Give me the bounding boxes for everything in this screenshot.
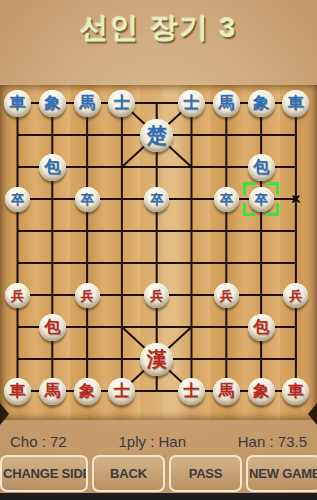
piece-han-soldier[interactable]: 兵 [283,283,308,308]
piece-han-elephant[interactable]: 象 [248,378,275,405]
intersection-f8-r9[interactable] [244,343,279,375]
piece-cho-horse[interactable]: 馬 [74,90,101,117]
title-bar: 선인 장기 3 [0,0,317,85]
corner-shadow-left [0,403,9,425]
intersection-f7-r1[interactable]: 馬 [209,87,244,119]
intersection-f8-r6[interactable] [244,247,279,279]
piece-cho-chariot[interactable]: 車 [282,90,309,117]
piece-glyph: 車 [288,383,304,399]
piece-glyph: 馬 [44,383,60,399]
intersection-f7-r4[interactable]: 卒 [209,183,244,215]
intersection-f5-r2[interactable]: 楚 [139,119,174,151]
piece-cho-soldier[interactable]: 卒 [75,187,100,212]
piece-cho-elephant[interactable]: 象 [39,90,66,117]
intersection-f4-r1[interactable]: 士 [104,87,139,119]
piece-han-cannon[interactable]: 包 [39,314,66,341]
back-button[interactable]: BACK [92,455,165,492]
piece-glyph: 士 [114,95,130,111]
intersection-f8-r7[interactable] [244,279,279,311]
intersection-f4-r10[interactable]: 士 [104,375,139,407]
intersection-f3-r5[interactable] [70,215,105,247]
intersection-f7-r2[interactable] [209,119,244,151]
piece-glyph: 卒 [220,193,233,206]
app-title: 선인 장기 3 [0,9,317,47]
intersection-f8-r10[interactable]: 象 [244,375,279,407]
intersection-f2-r10[interactable]: 馬 [35,375,70,407]
piece-cho-soldier[interactable]: 卒 [249,187,274,212]
intersection-f4-r6[interactable] [104,247,139,279]
intersection-f4-r7[interactable] [104,279,139,311]
intersection-f3-r10[interactable]: 象 [70,375,105,407]
intersection-f1-r8[interactable] [0,311,35,343]
piece-glyph: 象 [253,383,269,399]
app-window: 선인 장기 3 車象馬士士馬象車楚包包卒卒卒卒卒兵兵兵兵兵包包漢車馬象士士馬象車… [0,0,317,500]
intersection-f9-r3[interactable] [278,151,313,183]
piece-cho-cannon[interactable]: 包 [39,154,66,181]
piece-glyph: 漢 [147,349,167,369]
han-score: Han : 73.5 [238,433,307,450]
corner-shadow-right [308,403,317,425]
piece-glyph: 兵 [289,289,302,302]
intersection-f6-r10[interactable]: 士 [174,375,209,407]
last-move-origin-x-marker [290,193,302,205]
piece-cho-cannon[interactable]: 包 [248,154,275,181]
piece-glyph: 包 [253,319,269,335]
intersection-f2-r6[interactable] [35,247,70,279]
intersection-f4-r5[interactable] [104,215,139,247]
piece-glyph: 卒 [11,193,24,206]
piece-han-cannon[interactable]: 包 [248,314,275,341]
piece-cho-general[interactable]: 楚 [140,119,173,152]
intersection-f9-r8[interactable] [278,311,313,343]
bottom-strip [0,493,317,500]
intersection-f8-r3[interactable]: 包 [244,151,279,183]
piece-han-soldier[interactable]: 兵 [5,283,30,308]
intersection-f9-r1[interactable]: 車 [278,87,313,119]
pass-button[interactable]: PASS [169,455,242,492]
intersection-f7-r8[interactable] [209,311,244,343]
intersection-f2-r8[interactable]: 包 [35,311,70,343]
piece-cho-soldier[interactable]: 卒 [144,187,169,212]
piece-cho-soldier[interactable]: 卒 [214,187,239,212]
intersection-f2-r7[interactable] [35,279,70,311]
intersection-f5-r7[interactable]: 兵 [139,279,174,311]
intersection-f3-r1[interactable]: 馬 [70,87,105,119]
intersection-f3-r9[interactable] [70,343,105,375]
piece-glyph: 車 [9,383,25,399]
intersection-f8-r1[interactable]: 象 [244,87,279,119]
intersection-f3-r4[interactable]: 卒 [70,183,105,215]
piece-cho-guard[interactable]: 士 [178,90,205,117]
intersection-f6-r7[interactable] [174,279,209,311]
intersection-f7-r6[interactable] [209,247,244,279]
intersection-f3-r3[interactable] [70,151,105,183]
board-grid: 車象馬士士馬象車楚包包卒卒卒卒卒兵兵兵兵兵包包漢車馬象士士馬象車 [0,87,313,407]
intersection-f6-r4[interactable] [174,183,209,215]
piece-glyph: 卒 [255,193,268,206]
piece-glyph: 象 [253,95,269,111]
status-bar: Cho : 72 1ply : Han Han : 73.5 [0,430,317,452]
piece-han-general[interactable]: 漢 [140,343,173,376]
intersection-f4-r8[interactable] [104,311,139,343]
piece-cho-soldier[interactable]: 卒 [5,187,30,212]
piece-glyph: 兵 [150,289,163,302]
intersection-f5-r10[interactable] [139,375,174,407]
piece-glyph: 士 [183,383,199,399]
intersection-f5-r6[interactable] [139,247,174,279]
piece-glyph: 包 [44,159,60,175]
piece-glyph: 馬 [218,95,234,111]
intersection-f3-r7[interactable]: 兵 [70,279,105,311]
piece-han-soldier[interactable]: 兵 [214,283,239,308]
intersection-f9-r7[interactable]: 兵 [278,279,313,311]
intersection-f1-r4[interactable]: 卒 [0,183,35,215]
intersection-f8-r5[interactable] [244,215,279,247]
piece-glyph: 包 [253,159,269,175]
intersection-f2-r4[interactable] [35,183,70,215]
intersection-f2-r9[interactable] [35,343,70,375]
piece-glyph: 卒 [81,193,94,206]
piece-han-guard[interactable]: 士 [108,378,135,405]
intersection-f5-r8[interactable] [139,311,174,343]
piece-glyph: 楚 [147,125,167,145]
intersection-f7-r7[interactable]: 兵 [209,279,244,311]
piece-cho-elephant[interactable]: 象 [248,90,275,117]
piece-han-chariot[interactable]: 車 [282,378,309,405]
intersection-f5-r1[interactable] [139,87,174,119]
intersection-f6-r5[interactable] [174,215,209,247]
button-bar: CHANGE SIDE BACK PASS NEW GAME [0,455,317,492]
piece-glyph: 士 [114,383,130,399]
intersection-f8-r8[interactable]: 包 [244,311,279,343]
piece-glyph: 車 [288,95,304,111]
intersection-f4-r9[interactable] [104,343,139,375]
piece-glyph: 象 [44,95,60,111]
intersection-f8-r2[interactable] [244,119,279,151]
piece-cho-horse[interactable]: 馬 [213,90,240,117]
cho-score: Cho : 72 [10,433,67,450]
piece-glyph: 車 [9,95,25,111]
intersection-f1-r2[interactable] [0,119,35,151]
piece-glyph: 兵 [11,289,24,302]
piece-han-horse[interactable]: 馬 [213,378,240,405]
janggi-board: 車象馬士士馬象車楚包包卒卒卒卒卒兵兵兵兵兵包包漢車馬象士士馬象車 [0,85,317,420]
intersection-f9-r6[interactable] [278,247,313,279]
piece-cho-chariot[interactable]: 車 [4,90,31,117]
intersection-f2-r3[interactable]: 包 [35,151,70,183]
change-side-button[interactable]: CHANGE SIDE [0,455,88,492]
piece-glyph: 兵 [220,289,233,302]
piece-glyph: 馬 [79,95,95,111]
new-game-button[interactable]: NEW GAME [246,455,317,492]
intersection-f6-r9[interactable] [174,343,209,375]
intersection-f7-r5[interactable] [209,215,244,247]
intersection-f6-r8[interactable] [174,311,209,343]
piece-glyph: 包 [44,319,60,335]
intersection-f4-r4[interactable] [104,183,139,215]
intersection-f5-r9[interactable]: 漢 [139,343,174,375]
intersection-f2-r1[interactable]: 象 [35,87,70,119]
intersection-f1-r9[interactable] [0,343,35,375]
piece-glyph: 卒 [150,193,163,206]
intersection-f2-r2[interactable] [35,119,70,151]
intersection-f3-r6[interactable] [70,247,105,279]
piece-han-horse[interactable]: 馬 [39,378,66,405]
intersection-f3-r8[interactable] [70,311,105,343]
intersection-f8-r4[interactable]: 卒 [244,183,279,215]
intersection-f9-r9[interactable] [278,343,313,375]
intersection-f1-r3[interactable] [0,151,35,183]
intersection-f1-r5[interactable] [0,215,35,247]
piece-han-chariot[interactable]: 車 [4,378,31,405]
intersection-f4-r2[interactable] [104,119,139,151]
piece-glyph: 象 [79,383,95,399]
intersection-f1-r7[interactable]: 兵 [0,279,35,311]
intersection-f6-r1[interactable]: 士 [174,87,209,119]
piece-glyph: 兵 [81,289,94,302]
intersection-f5-r5[interactable] [139,215,174,247]
intersection-f6-r2[interactable] [174,119,209,151]
piece-glyph: 馬 [218,383,234,399]
piece-glyph: 士 [183,95,199,111]
intersection-f7-r3[interactable] [209,151,244,183]
piece-han-soldier[interactable]: 兵 [75,283,100,308]
intersection-f5-r4[interactable]: 卒 [139,183,174,215]
intersection-f7-r9[interactable] [209,343,244,375]
intersection-f1-r6[interactable] [0,247,35,279]
intersection-f6-r3[interactable] [174,151,209,183]
intersection-f2-r5[interactable] [35,215,70,247]
intersection-f9-r5[interactable] [278,215,313,247]
piece-han-elephant[interactable]: 象 [74,378,101,405]
intersection-f5-r3[interactable] [139,151,174,183]
piece-han-soldier[interactable]: 兵 [144,283,169,308]
intersection-f3-r2[interactable] [70,119,105,151]
intersection-f1-r1[interactable]: 車 [0,87,35,119]
piece-cho-guard[interactable]: 士 [108,90,135,117]
intersection-f9-r4[interactable] [278,183,313,215]
engine-level: 1ply : Han [118,433,186,450]
intersection-f6-r6[interactable] [174,247,209,279]
piece-han-guard[interactable]: 士 [178,378,205,405]
intersection-f4-r3[interactable] [104,151,139,183]
intersection-f9-r2[interactable] [278,119,313,151]
intersection-f7-r10[interactable]: 馬 [209,375,244,407]
